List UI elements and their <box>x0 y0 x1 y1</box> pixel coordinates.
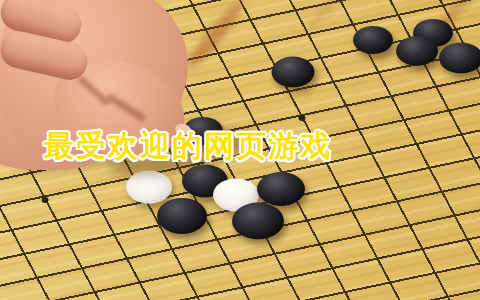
black-stone <box>232 203 284 240</box>
black-stone <box>272 57 315 88</box>
black-stone <box>396 36 438 66</box>
caption-text: 最受欢迎的网页游戏 <box>44 131 332 161</box>
black-stone <box>353 26 393 54</box>
black-stone <box>257 172 305 206</box>
black-stone <box>157 198 207 234</box>
black-stone <box>439 43 480 74</box>
go-photo-thumbnail[interactable]: 最受欢迎的网页游戏 <box>0 0 480 300</box>
star-point <box>42 197 49 203</box>
star-point <box>299 115 306 121</box>
